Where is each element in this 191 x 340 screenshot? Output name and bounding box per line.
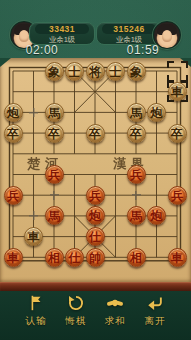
action-bar: 认输 悔棋 求和 离开 <box>0 292 191 336</box>
piece-red-兵[interactable]: 兵 <box>127 165 146 184</box>
piece-black-卒[interactable]: 卒 <box>168 124 187 143</box>
board[interactable]: 楚河 漢界 象士将士象車炮馬馬炮卒卒卒卒卒車兵兵兵兵兵馬炮馬炮仕車相仕帥相車 <box>0 58 191 282</box>
resign-button[interactable]: 认输 <box>17 292 55 336</box>
resign-flag-icon <box>26 294 46 312</box>
piece-red-兵[interactable]: 兵 <box>45 165 64 184</box>
leave-arrow-icon <box>145 294 165 312</box>
undo-move-label: 悔棋 <box>65 315 86 328</box>
piece-red-兵[interactable]: 兵 <box>4 186 23 205</box>
piece-black-卒[interactable]: 卒 <box>4 124 23 143</box>
leave-label: 离开 <box>144 315 165 328</box>
piece-red-仕[interactable]: 仕 <box>86 227 105 246</box>
piece-black-馬[interactable]: 馬 <box>127 103 146 122</box>
last-move-to-marker <box>167 81 188 102</box>
piece-red-兵[interactable]: 兵 <box>86 186 105 205</box>
point-marker <box>29 108 38 117</box>
point-marker <box>29 211 38 220</box>
player-left-score: 33431 <box>35 24 89 34</box>
handshake-icon <box>105 294 125 312</box>
player-right-timer: 01:59 <box>113 43 173 57</box>
last-move-from-marker <box>167 61 188 82</box>
piece-red-相[interactable]: 相 <box>127 248 146 267</box>
piece-black-象[interactable]: 象 <box>45 62 64 81</box>
piece-black-士[interactable]: 士 <box>106 62 125 81</box>
piece-black-象[interactable]: 象 <box>127 62 146 81</box>
piece-black-炮[interactable]: 炮 <box>4 103 23 122</box>
piece-black-卒[interactable]: 卒 <box>127 124 146 143</box>
piece-red-炮[interactable]: 炮 <box>86 206 105 225</box>
piece-red-馬[interactable]: 馬 <box>127 206 146 225</box>
piece-black-馬[interactable]: 馬 <box>45 103 64 122</box>
piece-black-車[interactable]: 車 <box>24 227 43 246</box>
undo-move-button[interactable]: 悔棋 <box>57 292 95 336</box>
piece-black-卒[interactable]: 卒 <box>86 124 105 143</box>
player-right-score: 315246 <box>102 24 156 34</box>
offer-draw-label: 求和 <box>105 315 126 328</box>
piece-black-卒[interactable]: 卒 <box>45 124 64 143</box>
piece-black-士[interactable]: 士 <box>65 62 84 81</box>
board-front-edge <box>0 282 191 291</box>
undo-arrow-icon <box>66 294 86 312</box>
offer-draw-button[interactable]: 求和 <box>96 292 134 336</box>
piece-red-兵[interactable]: 兵 <box>168 186 187 205</box>
piece-red-相[interactable]: 相 <box>45 248 64 267</box>
resign-label: 认输 <box>26 315 47 328</box>
player-left-badge: 33431 业余1级 <box>29 22 95 45</box>
piece-red-車[interactable]: 車 <box>4 248 23 267</box>
point-marker <box>132 191 141 200</box>
game-screen: 33431 业余1级 315246 业余1级 02:00 01:59 <box>0 0 191 340</box>
piece-black-将[interactable]: 将 <box>86 62 105 81</box>
piece-black-炮[interactable]: 炮 <box>147 103 166 122</box>
point-marker <box>50 191 59 200</box>
leave-button[interactable]: 离开 <box>136 292 174 336</box>
player-left-timer: 02:00 <box>12 43 72 57</box>
piece-red-帥[interactable]: 帥 <box>86 248 105 267</box>
piece-red-車[interactable]: 車 <box>168 248 187 267</box>
piece-red-仕[interactable]: 仕 <box>65 248 84 267</box>
piece-red-馬[interactable]: 馬 <box>45 206 64 225</box>
